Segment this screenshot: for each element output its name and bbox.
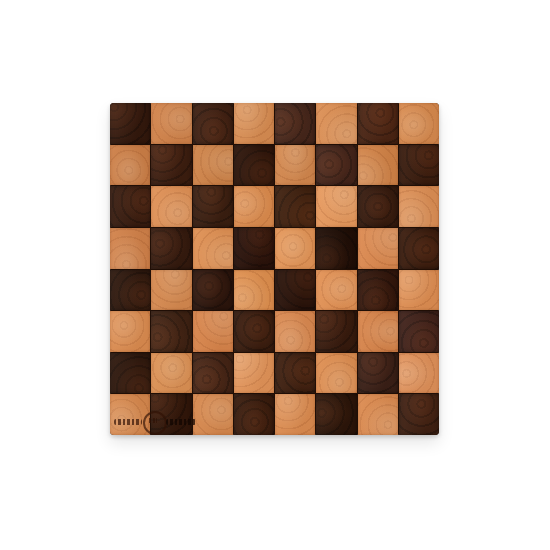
square-g8[interactable] [358,103,398,144]
square-a3[interactable] [110,311,150,352]
square-d4[interactable] [234,270,274,311]
square-c2[interactable] [193,353,233,394]
square-h6[interactable] [399,186,439,227]
square-c5[interactable] [193,228,233,269]
square-h8[interactable] [399,103,439,144]
square-d3[interactable] [234,311,274,352]
square-f6[interactable] [316,186,356,227]
square-d1[interactable] [234,394,274,435]
square-f2[interactable] [316,353,356,394]
square-g7[interactable] [358,145,398,186]
square-d5[interactable] [234,228,274,269]
chess-board [110,103,439,435]
square-e3[interactable] [275,311,315,352]
square-g6[interactable] [358,186,398,227]
square-h5[interactable] [399,228,439,269]
square-f8[interactable] [316,103,356,144]
square-b1[interactable] [151,394,191,435]
square-a6[interactable] [110,186,150,227]
square-d7[interactable] [234,145,274,186]
square-b4[interactable] [151,270,191,311]
square-f4[interactable] [316,270,356,311]
square-h2[interactable] [399,353,439,394]
square-a7[interactable] [110,145,150,186]
square-a8[interactable] [110,103,150,144]
square-c8[interactable] [193,103,233,144]
square-d6[interactable] [234,186,274,227]
square-c6[interactable] [193,186,233,227]
square-e5[interactable] [275,228,315,269]
square-b8[interactable] [151,103,191,144]
square-d2[interactable] [234,353,274,394]
square-b3[interactable] [151,311,191,352]
square-h3[interactable] [399,311,439,352]
square-f3[interactable] [316,311,356,352]
square-c3[interactable] [193,311,233,352]
square-a2[interactable] [110,353,150,394]
square-b2[interactable] [151,353,191,394]
square-c4[interactable] [193,270,233,311]
square-g3[interactable] [358,311,398,352]
square-e2[interactable] [275,353,315,394]
square-e6[interactable] [275,186,315,227]
square-f5[interactable] [316,228,356,269]
square-f1[interactable] [316,394,356,435]
product-photo [0,0,550,550]
square-g4[interactable] [358,270,398,311]
square-f7[interactable] [316,145,356,186]
square-b5[interactable] [151,228,191,269]
square-e1[interactable] [275,394,315,435]
square-g1[interactable] [358,394,398,435]
square-d8[interactable] [234,103,274,144]
square-b6[interactable] [151,186,191,227]
square-h1[interactable] [399,394,439,435]
square-c1[interactable] [193,394,233,435]
square-g5[interactable] [358,228,398,269]
square-h7[interactable] [399,145,439,186]
square-h4[interactable] [399,270,439,311]
square-e4[interactable] [275,270,315,311]
square-a1[interactable] [110,394,150,435]
square-b7[interactable] [151,145,191,186]
square-a4[interactable] [110,270,150,311]
square-e7[interactable] [275,145,315,186]
square-c7[interactable] [193,145,233,186]
square-a5[interactable] [110,228,150,269]
square-e8[interactable] [275,103,315,144]
square-g2[interactable] [358,353,398,394]
